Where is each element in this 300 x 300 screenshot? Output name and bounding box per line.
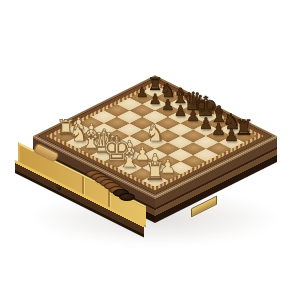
checker-piece-dark [119, 193, 135, 201]
drawer-divider [82, 176, 84, 195]
drawer-knob-icon [56, 184, 61, 192]
chess-set-product-photo: ♜♞♝♛♚♝♞♜♟♟♟♟♟♟♟♟♞♟♟♟♟♟♟♟♟♜♞♝♛♚♝♜ [0, 0, 300, 300]
